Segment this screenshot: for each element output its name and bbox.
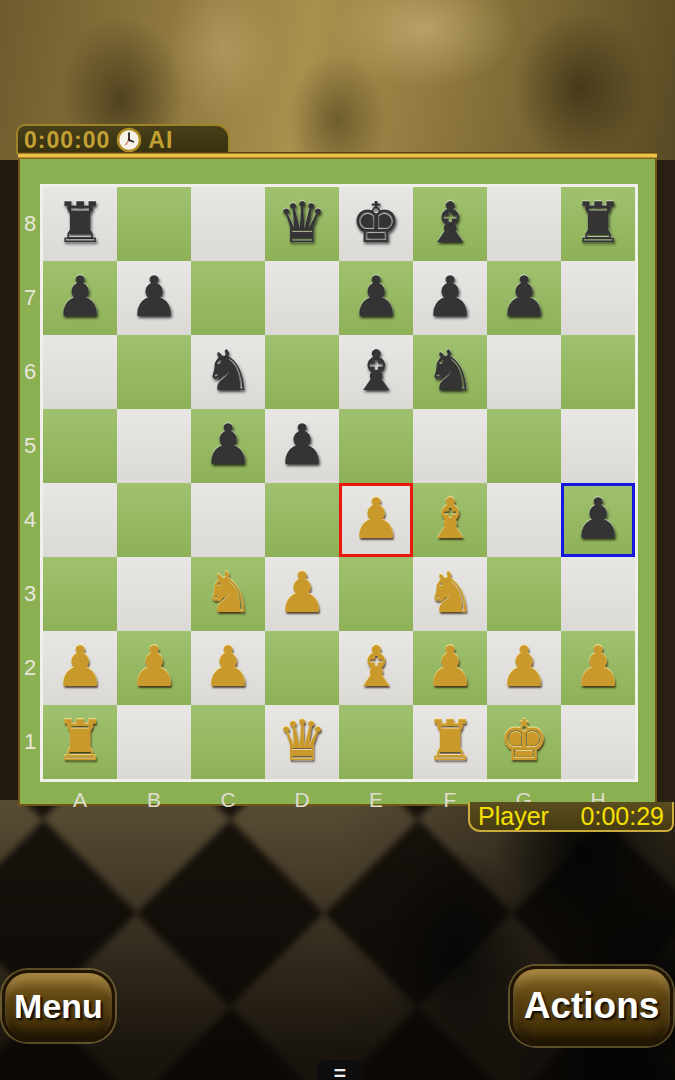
square-e3[interactable] bbox=[339, 557, 413, 631]
rank-label-8: 8 bbox=[20, 187, 40, 261]
rank-label-1: 1 bbox=[20, 705, 40, 779]
piece-black-pawn: ♟ bbox=[43, 261, 117, 335]
actions-button[interactable]: Actions bbox=[510, 966, 673, 1046]
piece-white-king: ♚ bbox=[487, 705, 561, 779]
piece-white-bishop: ♝ bbox=[339, 631, 413, 705]
square-h8[interactable]: ♜ bbox=[561, 187, 635, 261]
square-a1[interactable]: ♜ bbox=[43, 705, 117, 779]
square-a4[interactable] bbox=[43, 483, 117, 557]
piece-black-pawn: ♟ bbox=[117, 261, 191, 335]
square-f5[interactable] bbox=[413, 409, 487, 483]
square-e1[interactable] bbox=[339, 705, 413, 779]
square-g6[interactable] bbox=[487, 335, 561, 409]
square-g2[interactable]: ♟ bbox=[487, 631, 561, 705]
square-e2[interactable]: ♝ bbox=[339, 631, 413, 705]
square-e6[interactable]: ♝ bbox=[339, 335, 413, 409]
rank-labels: 87654321 bbox=[20, 187, 40, 779]
piece-black-queen: ♛ bbox=[265, 187, 339, 261]
rank-label-6: 6 bbox=[20, 335, 40, 409]
square-d5[interactable]: ♟ bbox=[265, 409, 339, 483]
square-d8[interactable]: ♛ bbox=[265, 187, 339, 261]
square-a3[interactable] bbox=[43, 557, 117, 631]
square-d4[interactable] bbox=[265, 483, 339, 557]
piece-white-pawn: ♟ bbox=[487, 631, 561, 705]
square-a5[interactable] bbox=[43, 409, 117, 483]
square-c7[interactable] bbox=[191, 261, 265, 335]
menu-button[interactable]: Menu bbox=[2, 970, 115, 1042]
square-a7[interactable]: ♟ bbox=[43, 261, 117, 335]
rank-label-2: 2 bbox=[20, 631, 40, 705]
piece-black-rook: ♜ bbox=[561, 187, 635, 261]
square-h6[interactable] bbox=[561, 335, 635, 409]
rank-label-7: 7 bbox=[20, 261, 40, 335]
ai-clock-label: AI bbox=[148, 127, 173, 154]
drag-handle[interactable]: = bbox=[317, 1060, 363, 1080]
file-label-b: B bbox=[117, 790, 191, 810]
player-clock-tab: Player 0:00:29 bbox=[468, 802, 674, 832]
square-g5[interactable] bbox=[487, 409, 561, 483]
square-h2[interactable]: ♟ bbox=[561, 631, 635, 705]
piece-black-king: ♚ bbox=[339, 187, 413, 261]
piece-black-pawn: ♟ bbox=[191, 409, 265, 483]
file-label-a: A bbox=[43, 790, 117, 810]
square-g3[interactable] bbox=[487, 557, 561, 631]
file-label-d: D bbox=[265, 790, 339, 810]
square-d2[interactable] bbox=[265, 631, 339, 705]
player-clock-time: 0:00:29 bbox=[581, 802, 664, 831]
ai-clock-tab: 0:00:00 AI bbox=[16, 124, 230, 154]
piece-white-queen: ♛ bbox=[265, 705, 339, 779]
square-e7[interactable]: ♟ bbox=[339, 261, 413, 335]
square-c6[interactable]: ♞ bbox=[191, 335, 265, 409]
piece-black-rook: ♜ bbox=[43, 187, 117, 261]
clock-icon bbox=[116, 127, 142, 153]
piece-black-knight: ♞ bbox=[191, 335, 265, 409]
board-panel: 87654321 ♜♛♚♝♜♟♟♟♟♟♞♝♞♟♟♟♝♟♞♟♞♟♟♟♝♟♟♟♜♛♜… bbox=[18, 152, 657, 806]
square-e4[interactable]: ♟ bbox=[339, 483, 413, 557]
square-b8[interactable] bbox=[117, 187, 191, 261]
square-d1[interactable]: ♛ bbox=[265, 705, 339, 779]
rank-label-3: 3 bbox=[20, 557, 40, 631]
square-g7[interactable]: ♟ bbox=[487, 261, 561, 335]
piece-white-pawn: ♟ bbox=[265, 557, 339, 631]
chess-board: ♜♛♚♝♜♟♟♟♟♟♞♝♞♟♟♟♝♟♞♟♞♟♟♟♝♟♟♟♜♛♜♚ bbox=[40, 184, 638, 782]
piece-black-pawn: ♟ bbox=[265, 409, 339, 483]
piece-black-pawn: ♟ bbox=[339, 261, 413, 335]
square-h4[interactable]: ♟ bbox=[561, 483, 635, 557]
piece-white-pawn: ♟ bbox=[43, 631, 117, 705]
square-a8[interactable]: ♜ bbox=[43, 187, 117, 261]
piece-white-pawn: ♟ bbox=[339, 483, 413, 557]
piece-white-knight: ♞ bbox=[413, 557, 487, 631]
player-clock-label: Player bbox=[478, 802, 549, 831]
square-f7[interactable]: ♟ bbox=[413, 261, 487, 335]
square-b6[interactable] bbox=[117, 335, 191, 409]
piece-white-pawn: ♟ bbox=[413, 631, 487, 705]
square-a6[interactable] bbox=[43, 335, 117, 409]
square-h1[interactable] bbox=[561, 705, 635, 779]
square-f4[interactable]: ♝ bbox=[413, 483, 487, 557]
piece-white-pawn: ♟ bbox=[117, 631, 191, 705]
rank-label-4: 4 bbox=[20, 483, 40, 557]
square-b3[interactable] bbox=[117, 557, 191, 631]
piece-white-rook: ♜ bbox=[413, 705, 487, 779]
square-c5[interactable]: ♟ bbox=[191, 409, 265, 483]
square-f2[interactable]: ♟ bbox=[413, 631, 487, 705]
square-b4[interactable] bbox=[117, 483, 191, 557]
square-b7[interactable]: ♟ bbox=[117, 261, 191, 335]
square-f1[interactable]: ♜ bbox=[413, 705, 487, 779]
square-h7[interactable] bbox=[561, 261, 635, 335]
square-f6[interactable]: ♞ bbox=[413, 335, 487, 409]
square-g4[interactable] bbox=[487, 483, 561, 557]
square-d3[interactable]: ♟ bbox=[265, 557, 339, 631]
square-h3[interactable] bbox=[561, 557, 635, 631]
square-a2[interactable]: ♟ bbox=[43, 631, 117, 705]
piece-black-pawn: ♟ bbox=[561, 483, 635, 557]
square-e8[interactable]: ♚ bbox=[339, 187, 413, 261]
square-b2[interactable]: ♟ bbox=[117, 631, 191, 705]
square-c2[interactable]: ♟ bbox=[191, 631, 265, 705]
piece-black-pawn: ♟ bbox=[413, 261, 487, 335]
drag-handle-icon: = bbox=[334, 1063, 346, 1080]
square-d7[interactable] bbox=[265, 261, 339, 335]
square-c8[interactable] bbox=[191, 187, 265, 261]
piece-black-pawn: ♟ bbox=[487, 261, 561, 335]
piece-white-pawn: ♟ bbox=[561, 631, 635, 705]
square-b5[interactable] bbox=[117, 409, 191, 483]
square-b1[interactable] bbox=[117, 705, 191, 779]
rank-label-5: 5 bbox=[20, 409, 40, 483]
ai-clock-time: 0:00:00 bbox=[24, 127, 110, 154]
square-g8[interactable] bbox=[487, 187, 561, 261]
piece-black-knight: ♞ bbox=[413, 335, 487, 409]
piece-white-rook: ♜ bbox=[43, 705, 117, 779]
square-c4[interactable] bbox=[191, 483, 265, 557]
panel-gold-topline bbox=[18, 152, 657, 159]
piece-white-knight: ♞ bbox=[191, 557, 265, 631]
square-c3[interactable]: ♞ bbox=[191, 557, 265, 631]
square-c1[interactable] bbox=[191, 705, 265, 779]
square-f8[interactable]: ♝ bbox=[413, 187, 487, 261]
square-g1[interactable]: ♚ bbox=[487, 705, 561, 779]
piece-white-bishop: ♝ bbox=[413, 483, 487, 557]
file-label-c: C bbox=[191, 790, 265, 810]
piece-white-pawn: ♟ bbox=[191, 631, 265, 705]
square-d6[interactable] bbox=[265, 335, 339, 409]
file-label-e: E bbox=[339, 790, 413, 810]
square-e5[interactable] bbox=[339, 409, 413, 483]
piece-black-bishop: ♝ bbox=[339, 335, 413, 409]
piece-black-bishop: ♝ bbox=[413, 187, 487, 261]
square-h5[interactable] bbox=[561, 409, 635, 483]
square-f3[interactable]: ♞ bbox=[413, 557, 487, 631]
